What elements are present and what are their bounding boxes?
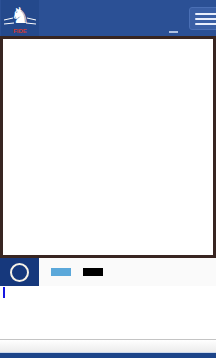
chess-board (0, 36, 216, 258)
control-bar (0, 258, 216, 286)
black-clock (83, 268, 103, 276)
fide-logo-icon: ♞ FIDE (1, 0, 39, 36)
move-list[interactable] (0, 286, 216, 339)
menu-icon[interactable] (189, 7, 216, 30)
fide-logo-text: FIDE (13, 28, 27, 34)
title-scroll-indicator (169, 31, 178, 33)
current-move[interactable] (3, 287, 5, 298)
app-header: ♞ FIDE (0, 0, 216, 36)
svg-text:♞: ♞ (10, 3, 30, 28)
play-icon[interactable] (10, 263, 29, 282)
white-clock (51, 268, 71, 276)
bottom-bar (0, 352, 216, 358)
nav-button-group (0, 258, 39, 286)
footer-space (0, 340, 216, 352)
